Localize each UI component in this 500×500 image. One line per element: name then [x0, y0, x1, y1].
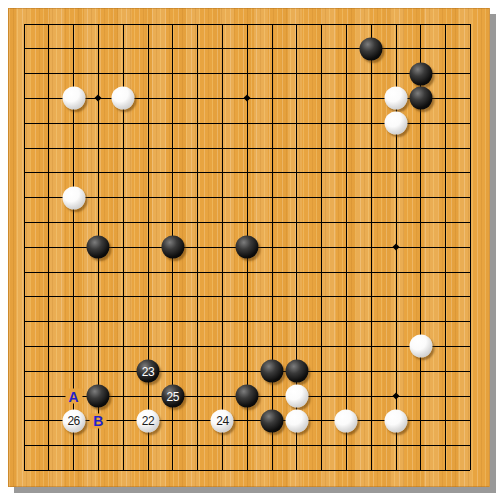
stone-white-C16 — [62, 87, 85, 110]
page-background: AB2325262224 — [0, 0, 500, 500]
stone-black-K4 — [236, 385, 259, 408]
stone-black-P18 — [360, 37, 383, 60]
grid-line-horizontal — [24, 296, 470, 297]
stone-white-Q3 — [385, 409, 408, 432]
grid-line-vertical — [470, 24, 471, 470]
stone-black-L5 — [261, 360, 284, 383]
stone-white-Q15 — [385, 112, 408, 135]
move-number-label: 24 — [216, 415, 228, 427]
stone-black-G4: 25 — [161, 385, 184, 408]
stone-black-D10 — [87, 236, 110, 259]
grid-line-horizontal — [24, 371, 470, 372]
star-point-Q10 — [392, 244, 399, 251]
marker-B[interactable]: B — [90, 413, 107, 428]
move-number-label: 22 — [142, 415, 154, 427]
stone-white-R6 — [409, 335, 432, 358]
stone-white-M4 — [285, 385, 308, 408]
grid-line-vertical — [272, 24, 273, 470]
stone-white-M3 — [285, 409, 308, 432]
grid-line-vertical — [371, 24, 372, 470]
stone-black-F5: 23 — [137, 360, 160, 383]
move-number-label: 26 — [67, 415, 79, 427]
grid-line-horizontal — [24, 346, 470, 347]
grid-line-horizontal — [24, 470, 470, 471]
grid-line-vertical — [346, 24, 347, 470]
grid-line-horizontal — [24, 445, 470, 446]
stone-white-C3: 26 — [62, 409, 85, 432]
star-point-K16 — [244, 95, 251, 102]
stone-black-G10 — [161, 236, 184, 259]
stone-black-M5 — [285, 360, 308, 383]
stone-white-O3 — [335, 409, 358, 432]
stone-white-J3: 24 — [211, 409, 234, 432]
star-point-D16 — [95, 95, 102, 102]
stone-black-K10 — [236, 236, 259, 259]
grid-line-vertical — [321, 24, 322, 470]
grid-line-horizontal — [24, 272, 470, 273]
stone-black-R16 — [409, 87, 432, 110]
move-number-label: 23 — [142, 365, 154, 377]
stone-black-D4 — [87, 385, 110, 408]
stone-white-F3: 22 — [137, 409, 160, 432]
grid-line-vertical — [445, 24, 446, 470]
stone-white-Q16 — [385, 87, 408, 110]
marker-A[interactable]: A — [65, 389, 82, 404]
stone-white-E16 — [112, 87, 135, 110]
stone-black-L3 — [261, 409, 284, 432]
go-board[interactable]: AB2325262224 — [8, 8, 490, 487]
stone-white-C12 — [62, 186, 85, 209]
stone-black-R17 — [409, 62, 432, 85]
move-number-label: 25 — [167, 390, 179, 402]
grid-line-horizontal — [24, 321, 470, 322]
star-point-Q4 — [392, 392, 399, 399]
